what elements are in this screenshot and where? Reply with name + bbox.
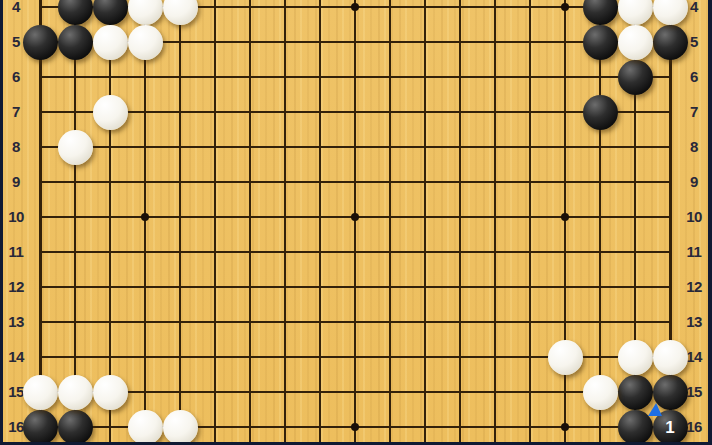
row-label-left: 4 [3,0,29,15]
white-stone[interactable] [618,340,653,375]
row-label-left: 10 [3,208,29,225]
white-stone[interactable] [128,410,163,445]
go-board-view[interactable]: 4455667788991010111112121313141415151616… [0,0,712,445]
row-label-right: 9 [681,173,707,190]
black-stone[interactable] [618,410,653,445]
black-stone[interactable] [23,410,58,445]
grid-line-vertical [459,0,461,445]
grid-line-vertical [354,0,356,445]
row-label-left: 8 [3,138,29,155]
row-label-left: 9 [3,173,29,190]
star-point [351,3,359,11]
white-stone[interactable] [58,375,93,410]
grid-line-horizontal [39,146,672,148]
row-label-right: 10 [681,208,707,225]
white-stone[interactable] [583,375,618,410]
grid-line-horizontal [39,321,672,323]
grid-line-horizontal [39,251,672,253]
star-point [351,213,359,221]
grid-line-vertical [424,0,426,445]
grid-line-vertical [319,0,321,445]
row-label-left: 14 [3,348,29,365]
grid-line-horizontal [39,286,672,288]
row-label-right: 11 [681,243,707,260]
black-stone[interactable] [653,25,688,60]
white-stone[interactable] [93,375,128,410]
star-point [141,213,149,221]
grid-line-vertical [249,0,251,445]
white-stone[interactable] [548,340,583,375]
frame-right [708,0,712,445]
black-stone[interactable] [58,25,93,60]
row-label-left: 13 [3,313,29,330]
grid-line-vertical [179,0,181,445]
grid-line-horizontal [39,111,672,113]
white-stone[interactable] [93,95,128,130]
star-point [561,423,569,431]
white-stone[interactable] [163,410,198,445]
white-stone[interactable] [128,25,163,60]
white-stone[interactable] [58,130,93,165]
row-label-right: 7 [681,103,707,120]
row-label-left: 11 [3,243,29,260]
row-label-right: 6 [681,68,707,85]
row-label-right: 8 [681,138,707,155]
black-stone[interactable] [653,375,688,410]
white-stone[interactable] [653,340,688,375]
black-stone[interactable] [583,95,618,130]
row-label-right: 12 [681,278,707,295]
white-stone[interactable] [618,25,653,60]
star-point [351,423,359,431]
grid-line-horizontal [39,391,672,393]
grid-line-vertical [529,0,531,445]
grid-line-horizontal [39,181,672,183]
star-point [561,213,569,221]
frame-left [0,0,3,445]
grid-line-vertical [214,0,216,445]
move-number-label: 1 [665,419,674,436]
row-label-left: 7 [3,103,29,120]
grid-line-vertical [284,0,286,445]
grid-line-vertical [564,0,566,445]
grid-line-vertical [494,0,496,445]
grid-line-vertical [144,0,146,445]
row-label-left: 6 [3,68,29,85]
black-stone[interactable] [618,60,653,95]
black-stone[interactable] [583,25,618,60]
black-stone[interactable] [618,375,653,410]
black-stone[interactable] [23,25,58,60]
star-point [561,3,569,11]
grid-line-horizontal [39,76,672,78]
white-stone[interactable] [93,25,128,60]
row-label-right: 13 [681,313,707,330]
grid-line-vertical [389,0,391,445]
row-label-left: 12 [3,278,29,295]
black-stone[interactable] [58,410,93,445]
white-stone[interactable] [23,375,58,410]
